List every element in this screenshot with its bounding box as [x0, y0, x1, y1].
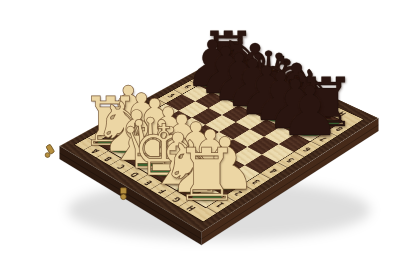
brass-latch-back: [45, 144, 54, 157]
chess-set-photo: AA11BB22CC33DD44EE55FF66GG77HH88 ♜♞♝♛♚♝♞…: [0, 0, 416, 277]
chess-board: AA11BB22CC33DD44EE55FF66GG77HH88: [60, 51, 379, 233]
board-scene: AA11BB22CC33DD44EE55FF66GG77HH88: [33, 0, 405, 277]
